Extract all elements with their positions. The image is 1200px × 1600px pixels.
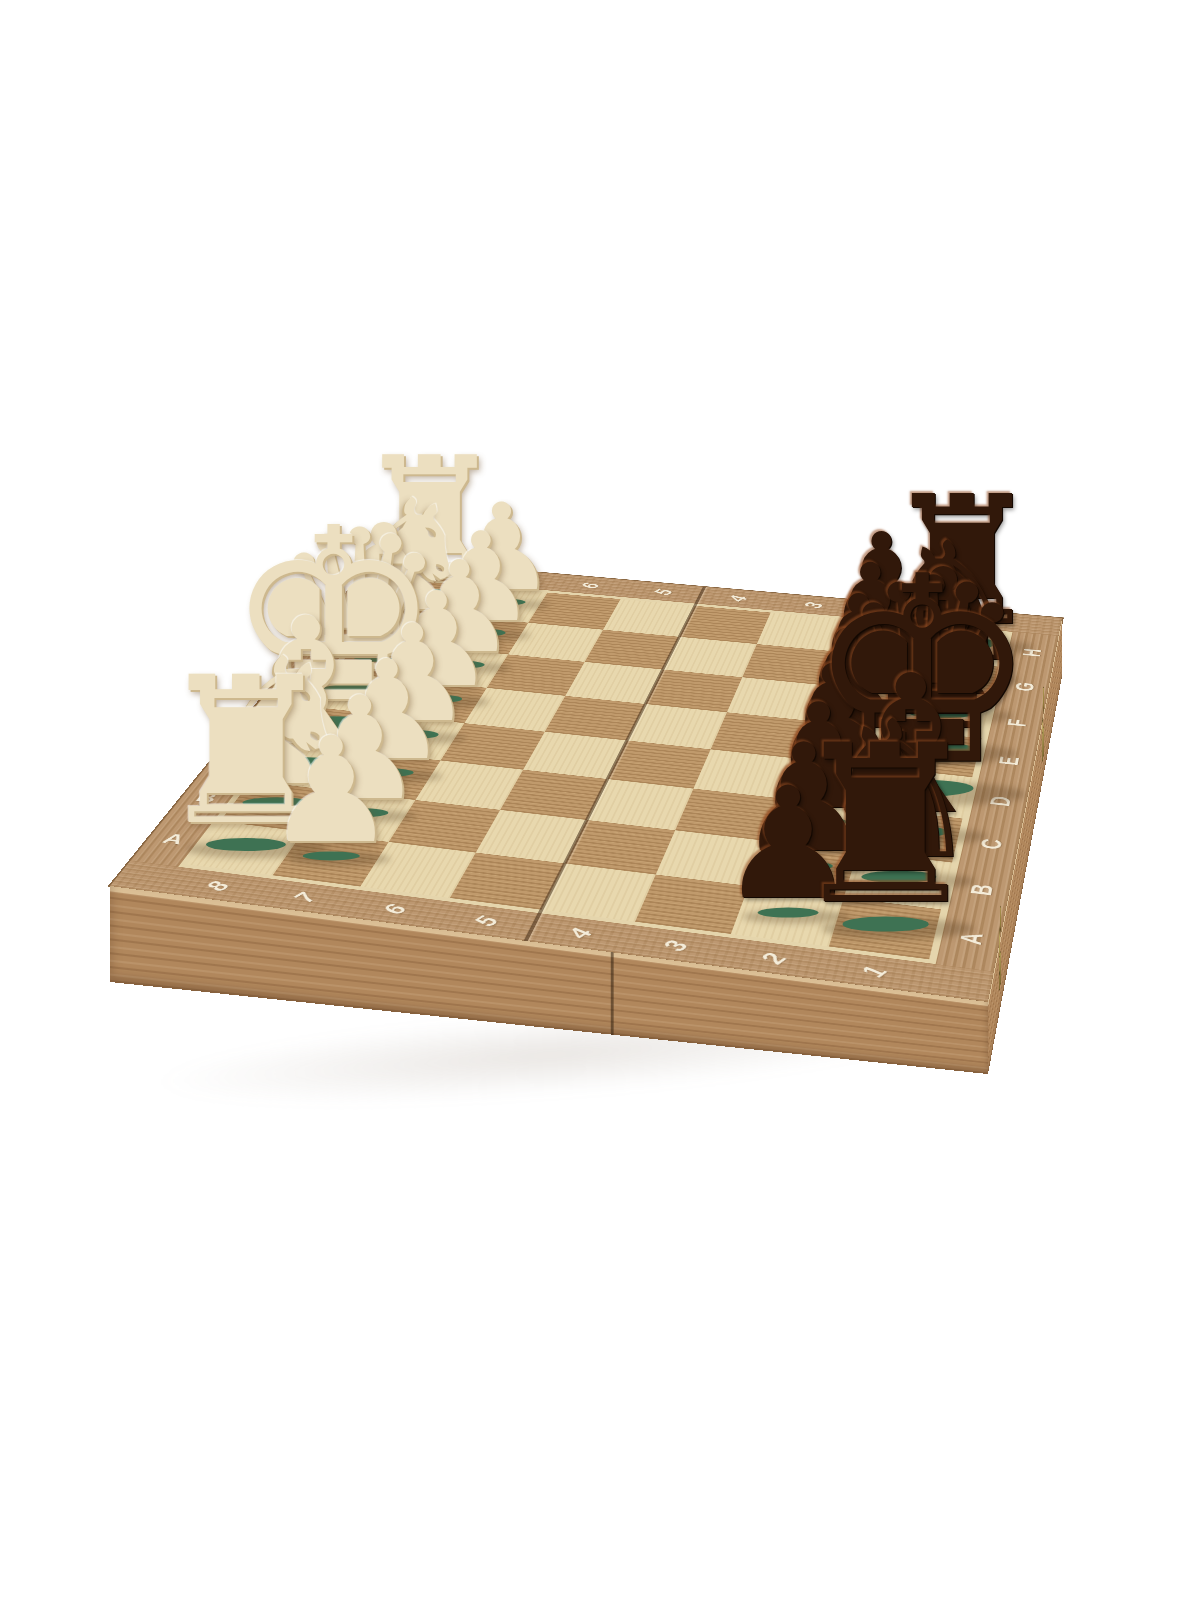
coordinate-label: C	[959, 819, 1022, 869]
brass-clasp	[998, 901, 1002, 1031]
brass-clasp	[1042, 683, 1045, 796]
fold-seam-side	[611, 952, 614, 1035]
coordinate-label: A	[936, 910, 1004, 967]
coordinate-label: H	[1004, 634, 1058, 671]
product-photo: 88AA77BB66CC55DD44EE33FF22GG11HH ♜♞♝♚♛♝♞…	[0, 0, 1200, 1600]
coordinate-label: B	[948, 863, 1013, 917]
coordinate-label: F	[988, 702, 1045, 744]
coordinate-label: E	[979, 739, 1038, 783]
coordinate-label: D	[969, 778, 1030, 825]
